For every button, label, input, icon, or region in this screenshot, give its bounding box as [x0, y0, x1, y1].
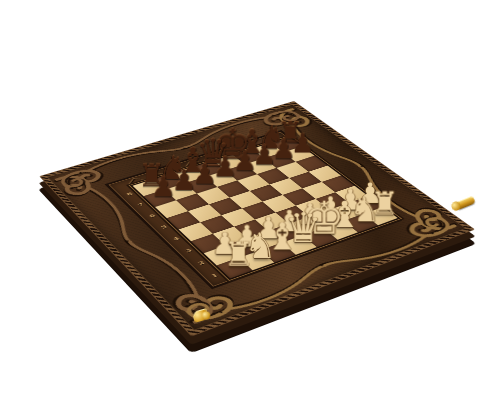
corner-curl-bottom-right-icon: [414, 212, 464, 238]
square-a6: [155, 200, 188, 218]
square-g5: [289, 172, 321, 189]
carved-frame: 87654321 ♜♞♝♛♚♝♞♜♟♟♟♟♟♟♟♟♟♟♟♟♟♟♟♟♜♞♝♛♚♝♞…: [47, 104, 466, 330]
square-c5: [209, 198, 242, 216]
playing-panel: 87654321 ♜♞♝♛♚♝♞♜♟♟♟♟♟♟♟♟♟♟♟♟♟♟♟♟♜♞♝♛♚♝♞…: [104, 130, 402, 289]
rank-label: 5: [151, 219, 177, 235]
product-photo: 87654321 ♜♞♝♛♚♝♞♜♟♟♟♟♟♟♟♟♟♟♟♟♟♟♟♟♜♞♝♛♚♝♞…: [0, 0, 500, 400]
corner-curl-top-right-icon: [267, 105, 309, 125]
piece-white-pawn: ♟: [348, 180, 392, 208]
square-f4: [283, 188, 316, 205]
square-b6: [176, 194, 209, 212]
piece-black-rook: ♜: [270, 118, 311, 147]
chessboard: ♜♞♝♛♚♝♞♜♟♟♟♟♟♟♟♟♟♟♟♟♟♟♟♟♜♞♝♛♚♝♞♜: [133, 137, 398, 278]
chess-case: 87654321 ♜♞♝♛♚♝♞♜♟♟♟♟♟♟♟♟♟♟♟♟♟♟♟♟♜♞♝♛♚♝♞…: [39, 101, 475, 336]
board-3d-scene: 87654321 ♜♞♝♛♚♝♞♜♟♟♟♟♟♟♟♟♟♟♟♟♟♟♟♟♜♞♝♛♚♝♞…: [39, 101, 475, 336]
square-c6: [197, 187, 230, 204]
piece-black-pawn: ♟: [282, 130, 324, 156]
corner-curl-top-left-icon: [50, 169, 94, 193]
square-d5: [230, 191, 263, 208]
gold-clasp-right: [454, 196, 476, 211]
square-e4: [263, 195, 296, 213]
